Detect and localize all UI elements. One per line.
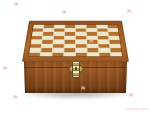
board-square: [88, 53, 99, 57]
board-square: [32, 32, 42, 35]
watermark-flag-icon: ⚑: [126, 8, 132, 15]
board-square: [109, 36, 120, 39]
board-square: [98, 40, 109, 43]
watermark-flag-icon: ⚑: [13, 1, 19, 8]
board-square: [108, 25, 118, 28]
board-square: [55, 25, 65, 28]
board-square: [76, 36, 86, 39]
board-square: [65, 28, 75, 31]
board-square: [108, 28, 118, 31]
board-square: [41, 53, 52, 57]
board-square: [110, 44, 121, 48]
board-square: [110, 48, 121, 52]
board-square: [42, 44, 53, 48]
board-square: [33, 25, 43, 28]
watermark-text: ivanao.com: [125, 107, 148, 111]
board-square: [65, 40, 75, 43]
board-square: [65, 25, 75, 28]
board-square: [65, 44, 75, 48]
board-square: [53, 48, 64, 52]
board-square: [65, 32, 75, 35]
product-photo: ⚑⚑⚑⚑⚑⚑⚑⚑ ivanao.com: [0, 0, 150, 113]
board-square: [98, 32, 108, 35]
board-square: [98, 36, 108, 39]
board-square: [99, 48, 110, 52]
board-square: [30, 44, 41, 48]
board-square: [54, 28, 64, 31]
board-square: [64, 53, 75, 57]
board-square: [41, 48, 52, 52]
clasp-keyhole: [75, 67, 77, 70]
board-square: [54, 36, 64, 39]
board-square: [33, 28, 43, 31]
board-square: [87, 28, 97, 31]
board-square: [76, 32, 86, 35]
watermark-flag-icon: ⚑: [128, 92, 134, 99]
board-square: [87, 32, 97, 35]
board-square: [54, 32, 64, 35]
board-square: [87, 48, 98, 52]
board-square: [44, 25, 54, 28]
board-square: [111, 53, 122, 57]
board-square: [97, 28, 107, 31]
board-square: [43, 36, 53, 39]
board-square: [42, 40, 53, 43]
board-square: [76, 53, 87, 57]
board-square: [76, 44, 86, 48]
board-square: [109, 40, 120, 43]
board-square: [97, 25, 107, 28]
board-square: [108, 32, 118, 35]
board-square: [76, 48, 87, 52]
board-square: [99, 44, 110, 48]
board-square: [76, 28, 86, 31]
board-square: [64, 48, 75, 52]
board-square: [43, 28, 53, 31]
board-square: [86, 25, 96, 28]
board-square: [30, 48, 41, 52]
board-square: [31, 40, 42, 43]
board-square: [52, 53, 63, 57]
board-square: [65, 36, 75, 39]
board-square: [31, 36, 42, 39]
watermark-flag-icon: ⚑: [12, 94, 18, 101]
watermark-flag-icon: ⚑: [2, 65, 8, 72]
board-square: [99, 53, 110, 57]
board-square: [53, 40, 63, 43]
board-square: [76, 40, 86, 43]
board-square: [76, 25, 86, 28]
box-front-panel: [24, 62, 127, 93]
chess-board: [29, 25, 122, 57]
board-lid-top: [22, 21, 129, 62]
watermark-flag-icon: ⚑: [80, 85, 86, 92]
board-square: [29, 53, 40, 57]
board-square: [43, 32, 53, 35]
board-square: [53, 44, 64, 48]
watermark-flag-icon: ⚑: [88, 38, 94, 45]
watermark-flag-icon: ⚑: [61, 9, 67, 16]
